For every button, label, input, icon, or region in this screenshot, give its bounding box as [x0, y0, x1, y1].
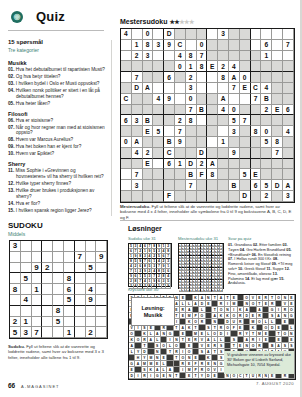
mestersudoku-cell: [218, 115, 229, 126]
sudoku-cell: [21, 241, 32, 252]
mestersudoku-cell: 7: [283, 40, 294, 51]
mestersudoku-cell: 6: [164, 159, 175, 170]
sudoku-cell: [64, 241, 75, 252]
mestersudoku-cell: 4: [283, 126, 294, 137]
sudoku-cell: 2: [42, 263, 53, 274]
mestersudoku-cell: [175, 191, 186, 202]
sudoku-cell: [75, 284, 86, 295]
mestersudoku-cell: A: [132, 137, 143, 148]
mestersudoku-cell: [272, 40, 283, 51]
mestersudoku-cell: 5: [261, 180, 272, 191]
mestersudoku-cell: [229, 94, 240, 105]
mestersudoku-cell: [197, 94, 208, 105]
mestersudoku-cell: [121, 51, 132, 62]
mestersudoku-cell: B: [229, 180, 240, 191]
sudoku-cell: [10, 263, 21, 274]
mestersudoku-cell: [175, 148, 186, 159]
mestersudoku-cell: [143, 72, 154, 83]
sudoku-cell: [21, 252, 32, 263]
solution-mestersudoku-label: Mestersudoku uke 31: [178, 236, 218, 241]
crossword-answer-word: Musikk: [144, 312, 163, 319]
sudoku-solution-cell: 9: [166, 284, 171, 289]
sudoku-cell: 6: [64, 284, 75, 295]
mestersudoku-cell: 6: [251, 180, 262, 191]
mestersudoku-cell: E: [272, 105, 283, 116]
mestersudoku-cell: [218, 40, 229, 51]
quiz-icon: ◉: [11, 11, 23, 23]
mestersudoku-cell: 1: [261, 51, 272, 62]
mestersudoku-cell: [197, 29, 208, 40]
winner-announcement: Vi gratulerer vinneren av kryssord uke 3…: [224, 351, 294, 374]
quiz-category-filosofi: Filosofi: [8, 111, 105, 117]
sudoku-cell: [32, 295, 43, 306]
quiz-question: 15. I hvilken spansk region ligger Jerez…: [8, 208, 105, 214]
sudoku-cell: 9: [96, 252, 107, 263]
sudoku-cell: [53, 284, 64, 295]
magazine-name: A-MAGASINET: [21, 384, 60, 389]
mestersudoku-cell: [132, 191, 143, 202]
mestersudoku-cell: [272, 94, 283, 105]
quiz-question: 03. I hvilken bydel i Oslo er Musti oppv…: [8, 81, 105, 87]
mestersudoku-cell: [283, 29, 294, 40]
mestersudoku-cell: D: [272, 180, 283, 191]
sudoku-cell: [10, 295, 21, 306]
mestersudoku-cell: A: [143, 83, 154, 94]
mestersudoku-cell: B: [143, 115, 154, 126]
magazine-puzzle-page: ◉ Quiz 15 spørsmål Tre kategorier Musikk…: [0, 0, 302, 397]
mestersudoku-cell: [197, 115, 208, 126]
quiz-answers-label: Svar på quiz: [228, 236, 251, 241]
mestersudoku-cell: [240, 148, 251, 159]
sudoku-cell: [42, 317, 53, 328]
quiz-answers-text: 01. Grandiosa 02. Etter familien 03. Tøy…: [228, 243, 294, 286]
mestersudoku-cell: F: [197, 169, 208, 180]
mestersudoku-cell: [251, 148, 262, 159]
mestersudoku-cell: [207, 126, 218, 137]
mestersudoku-cell: [197, 72, 208, 83]
mestersudoku-cell: 4: [175, 51, 186, 62]
mestersudoku-cell: 2: [261, 105, 272, 116]
crossword-answer-box: Løsning: Musikk: [131, 297, 175, 326]
mestersudoku-cell: [261, 148, 272, 159]
mestersudoku-cell: 3: [229, 126, 240, 137]
mestersudoku-cell: [218, 180, 229, 191]
mestersudoku-cell: [207, 83, 218, 94]
mestersudoku-cell: [186, 137, 197, 148]
mestersudoku-cell: 2: [132, 51, 143, 62]
mestersudoku-cell: 2: [218, 61, 229, 72]
sudoku-cell: 8: [64, 273, 75, 284]
mestersudoku-cell: [121, 40, 132, 51]
sudoku-caption: Sudoku. Fyll ut feltene slik at de vannr…: [8, 344, 105, 360]
mestersudoku-cell: [240, 105, 251, 116]
mestersudoku-cell: [175, 94, 186, 105]
mestersudoku-cell: [240, 29, 251, 40]
mestersudoku-cell: [197, 180, 208, 191]
sudoku-cell: [86, 273, 97, 284]
difficulty-stars: ★★★★★: [169, 19, 193, 25]
mestersudoku-cell: 1: [175, 159, 186, 170]
sudoku-cell: 9: [32, 263, 43, 274]
sudoku-cell: [53, 241, 64, 252]
sudoku-cell: 5: [10, 327, 21, 338]
mestersudoku-cell: [240, 159, 251, 170]
mestersudoku-cell: [261, 61, 272, 72]
mestersudoku-cell: [218, 159, 229, 170]
sudoku-cell: [53, 263, 64, 274]
quiz-question: 14. Hva er flor?: [8, 201, 105, 207]
page-number: 66: [8, 382, 15, 389]
sudoku-cell: [32, 317, 43, 328]
mestersudoku-cell: 6: [283, 105, 294, 116]
mestersudoku-cell: 7: [229, 83, 240, 94]
mestersudoku-cell: [186, 126, 197, 137]
mestersudoku-cell: 8: [197, 61, 208, 72]
sudoku-cell: 3: [21, 327, 32, 338]
mestersudoku-cell: [164, 105, 175, 116]
sudoku-cell: [21, 284, 32, 295]
mestersudoku-cell: 7: [251, 94, 262, 105]
mestersudoku-cell: [207, 180, 218, 191]
mestersudoku-cell: [283, 61, 294, 72]
mestersudoku-cell: [143, 191, 154, 202]
mestersudoku-cell: [164, 169, 175, 180]
mestersudoku-cell: [121, 191, 132, 202]
mestersudoku-cell: [240, 137, 251, 148]
sudoku-cell: [75, 306, 86, 317]
sudoku-cell: [96, 327, 107, 338]
sudoku-cell: [21, 263, 32, 274]
mestersudoku-cell: 9: [229, 148, 240, 159]
mestersudoku-cell: [143, 105, 154, 116]
mestersudoku-cell: 4: [121, 29, 132, 40]
mestersudoku-cell: 4: [229, 61, 240, 72]
sudoku-cell: 1: [21, 317, 32, 328]
mestersudoku-cell: [164, 180, 175, 191]
sudoku-cell: [53, 295, 64, 306]
mestersudoku-title-text: Mestersudoku: [120, 18, 167, 25]
solution-sudoku-label: Sudoku uke 31: [128, 236, 156, 241]
mestersudoku-cell: [207, 72, 218, 83]
mestersudoku-cell: [251, 51, 262, 62]
mestersudoku-cell: [175, 29, 186, 40]
mestersudoku-cell: [229, 40, 240, 51]
mestersudoku-cell: [207, 51, 218, 62]
sudoku-cell: [86, 252, 97, 263]
mestersudoku-cell: 1: [186, 61, 197, 72]
sudoku-cell: [86, 241, 97, 252]
mestersudoku-cell: 9: [175, 137, 186, 148]
mestersudoku-cell: 3: [186, 83, 197, 94]
quiz-question: 09. Hva het boken han er kjent for?: [8, 144, 105, 150]
mestersudoku-cell: E: [207, 61, 218, 72]
mestersudoku-cell: 8: [186, 51, 197, 62]
mestersudoku-cell: [229, 191, 240, 202]
mestersudoku-cell: [218, 126, 229, 137]
mestersudoku-cell: [272, 61, 283, 72]
mestersudoku-cell: [272, 159, 283, 170]
mestersudoku-cell: [121, 72, 132, 83]
mestersudoku-cell: [229, 159, 240, 170]
mestersudoku-cell: C: [175, 40, 186, 51]
mestersudoku-cell: [153, 72, 164, 83]
sudoku-cell: 2: [86, 327, 97, 338]
mestersudoku-cell: D: [164, 29, 175, 40]
mestersudoku-cell: [229, 29, 240, 40]
solutions-title: Løsninger: [128, 225, 162, 232]
sudoku-cell: [96, 273, 107, 284]
mestersudoku-cell: [218, 148, 229, 159]
mestersudoku-cell: [283, 137, 294, 148]
sudoku-cell: 5: [64, 295, 75, 306]
mestersudoku-cell: D: [197, 148, 208, 159]
quiz-category-musikk: Musikk: [8, 60, 105, 66]
mestersudoku-cell: [121, 159, 132, 170]
mestersudoku-cell: [153, 105, 164, 116]
mestersudoku-cell: 5: [153, 126, 164, 137]
sudoku-cell: [75, 295, 86, 306]
mestersudoku-cell: 4: [153, 94, 164, 105]
mestersudoku-cell: 9: [164, 40, 175, 51]
mestersudoku-cell: 8: [251, 126, 262, 137]
sudoku-cell: 1: [32, 284, 43, 295]
mestersudoku-cell: 0: [261, 126, 272, 137]
mestersudoku-cell: [121, 105, 132, 116]
sudoku-cell: 4: [21, 295, 32, 306]
mestersudoku-cell: 2: [261, 191, 272, 202]
mestersudoku-cell: [229, 169, 240, 180]
mestersudoku-cell: [143, 61, 154, 72]
mestersudoku-cell: [153, 159, 164, 170]
mestersudoku-cell: [197, 137, 208, 148]
mestersudoku-cell: [218, 51, 229, 62]
quiz-section-title: Quiz: [36, 9, 65, 24]
mestersudoku-cell: [132, 126, 143, 137]
mestersudoku-cell: 7: [240, 115, 251, 126]
mestersudoku-cell: [240, 40, 251, 51]
sudoku-cell: 2: [10, 317, 21, 328]
mestersudoku-cell: [272, 29, 283, 40]
mestersudoku-cell: [186, 29, 197, 40]
mestersudoku-cell: 7: [186, 180, 197, 191]
mestersudoku-cell: [261, 72, 272, 83]
mestersudoku-cell: E: [143, 126, 154, 137]
sudoku-grid: 379925588164459821553712: [9, 240, 108, 339]
mestersudoku-cell: 2: [143, 148, 154, 159]
quiz-question: 10. Hvem var Epiktet?: [8, 151, 105, 157]
sudoku-cell: [53, 252, 64, 263]
mestersudoku-cell: [283, 159, 294, 170]
sudoku-cell: [10, 273, 21, 284]
mestersudoku-cell: [164, 61, 175, 72]
mestersudoku-cell: [143, 94, 154, 105]
sudoku-cell: [53, 327, 64, 338]
mestersudoku-cell: 8: [186, 115, 197, 126]
mestersudoku-cell: 6: [261, 40, 272, 51]
mestersudoku-cell: [121, 180, 132, 191]
mestersudoku-cell: [207, 29, 218, 40]
mestersudoku-cell: 2: [197, 159, 208, 170]
sudoku-cell: 8: [53, 306, 64, 317]
mestersudoku-cell: [121, 169, 132, 180]
mestersudoku-cell: [218, 83, 229, 94]
mestersudoku-cell: 4: [132, 148, 143, 159]
column-divider: [111, 40, 112, 216]
sudoku-cell: 5: [53, 317, 64, 328]
mestersudoku-cell: [153, 61, 164, 72]
mestersudoku-cell: [153, 191, 164, 202]
mestersudoku-cell: [175, 180, 186, 191]
mestersudoku-cell: 8: [143, 40, 154, 51]
mestersudoku-cell: [132, 159, 143, 170]
mestersudoku-cell: D: [186, 159, 197, 170]
mestersudoku-cell: [251, 105, 262, 116]
mestersudoku-cell: 6: [121, 115, 132, 126]
mestersudoku-cell: D: [240, 191, 251, 202]
mestersudoku-cell: [251, 29, 262, 40]
mestersudoku-cell: [240, 61, 251, 72]
mestersudoku-cell: [153, 148, 164, 159]
mestersudoku-cell: B: [164, 137, 175, 148]
mestersudoku-cell: [153, 115, 164, 126]
mestersudoku-cell: 3: [218, 29, 229, 40]
sudoku-cell: 3: [10, 241, 21, 252]
sudoku-cell: [32, 306, 43, 317]
sudoku-cell: [96, 263, 107, 274]
mestersudoku-cell: 1: [132, 40, 143, 51]
mestersudoku-cell: [175, 169, 186, 180]
mestersudoku-caption: Mestersudoku. Fyll ut feltene slik at de…: [120, 204, 294, 220]
mestersudoku-cell: 7: [272, 148, 283, 159]
mestersudoku-cell: [207, 191, 218, 202]
sudoku-cell: [42, 327, 53, 338]
mestersudoku-cell: [283, 169, 294, 180]
quiz-header-rule: [8, 30, 104, 31]
mestersudoku-cell: [272, 191, 283, 202]
mestersudoku-cell: F: [164, 191, 175, 202]
sudoku-cell: [42, 284, 53, 295]
crossword-solution-label: Kryssord uke 30: [128, 287, 158, 292]
mestersudoku-cell: [251, 72, 262, 83]
mestersudoku-cell: [272, 51, 283, 62]
sudoku-title: SUDOKU: [8, 221, 43, 230]
mestersudoku-cell: [197, 126, 208, 137]
mestersudoku-cell: 7: [132, 72, 143, 83]
mestersudoku-cell: [240, 51, 251, 62]
mestersudoku-cell: 1: [218, 137, 229, 148]
mestersudoku-cell: [121, 83, 132, 94]
mestersudoku-cell: 0: [121, 137, 132, 148]
mestersudoku-cell: [283, 115, 294, 126]
mestersudoku-cell: 0: [240, 72, 251, 83]
mestersudoku-cell: [240, 180, 251, 191]
mestersudoku-cell: 5: [261, 137, 272, 148]
mestersudoku-cell: [283, 94, 294, 105]
mestersudoku-cell: 0: [175, 61, 186, 72]
mestersudoku-cell: C: [251, 83, 262, 94]
mestersudoku-cell: [283, 72, 294, 83]
mestersudoku-cell: [283, 83, 294, 94]
mestersudoku-cell: [240, 94, 251, 105]
mestersudoku-cell: [283, 51, 294, 62]
sudoku-cell: 7: [32, 327, 43, 338]
quiz-category-sherry: Sherry: [8, 161, 105, 167]
mestersudoku-cell: 6: [164, 72, 175, 83]
sudoku-cell: [32, 241, 43, 252]
mestersudoku-cell: [218, 191, 229, 202]
sudoku-solution-grid: 5346789126721953481983425678597614234268…: [128, 243, 172, 287]
mestersudoku-cell: 3: [143, 51, 154, 62]
mestersudoku-cell: [261, 169, 272, 180]
mestersudoku-cell: 5: [229, 115, 240, 126]
sudoku-cell: [21, 306, 32, 317]
mestersudoku-cell: 4: [261, 83, 272, 94]
quiz-question: 12. Hvilke typer sherry finnes?: [8, 181, 105, 187]
sudoku-cell: [75, 241, 86, 252]
sudoku-cell: [96, 295, 107, 306]
mestersudoku-cell: B: [197, 105, 208, 116]
mestersudoku-cell: [261, 159, 272, 170]
mestersudoku-cell: 7: [197, 51, 208, 62]
sudoku-cell: [10, 306, 21, 317]
mestersudoku-cell: [251, 115, 262, 126]
mestersudoku-cell: [251, 61, 262, 72]
mestersudoku-cell: 7: [186, 105, 197, 116]
mestersudoku-cell: [272, 83, 283, 94]
sudoku-cell: [32, 252, 43, 263]
mestersudoku-cell: 2: [175, 115, 186, 126]
mestersudoku-cell: [240, 126, 251, 137]
mestersudoku-cell: E: [143, 159, 154, 170]
sudoku-cell: [53, 273, 64, 284]
mestersudoku-cell: [197, 191, 208, 202]
sudoku-difficulty: Middels: [8, 231, 25, 237]
mestersudoku-cell: [164, 51, 175, 62]
mestersudoku-cell: 3: [132, 115, 143, 126]
mestersudoku-cell: C: [164, 148, 175, 159]
sudoku-cell: [75, 263, 86, 274]
quiz-question-list: Musikk01. Hva het debutalbumet til rapar…: [8, 56, 105, 215]
quiz-question: 06. Hva er stoisisme?: [8, 118, 105, 124]
mestersudoku-cell: 3: [283, 191, 294, 202]
mestersudoku-cell: [272, 72, 283, 83]
mestersudoku-cell: 8: [218, 72, 229, 83]
mestersudoku-cell: A: [283, 180, 294, 191]
mestersudoku-cell: 0: [143, 29, 154, 40]
mestersudoku-cell: C: [121, 94, 132, 105]
mestersudoku-cell: [164, 126, 175, 137]
mestersudoku-cell: [251, 191, 262, 202]
quiz-question: 08. Hvem var Marcus Aurelius?: [8, 137, 105, 143]
mestersudoku-cell: [164, 83, 175, 94]
mestersudoku-cell: B: [186, 169, 197, 180]
mestersudoku-cell: [197, 83, 208, 94]
mestersudoku-cell: [272, 115, 283, 126]
sudoku-cell: 7: [75, 252, 86, 263]
mestersudoku-cell: [143, 169, 154, 180]
sudoku-cell: [96, 284, 107, 295]
sudoku-cell: [42, 295, 53, 306]
mestersudoku-cell: [218, 169, 229, 180]
mestersudoku-cell: [153, 29, 164, 40]
mestersudoku-cell: [153, 169, 164, 180]
mestersudoku-cell: [175, 83, 186, 94]
sudoku-cell: [75, 327, 86, 338]
mestersudoku-cell: [164, 115, 175, 126]
mestersudoku-cell: 8: [272, 137, 283, 148]
mestersudoku-cell: [207, 137, 218, 148]
mestersudoku-cell: 7: [175, 126, 186, 137]
